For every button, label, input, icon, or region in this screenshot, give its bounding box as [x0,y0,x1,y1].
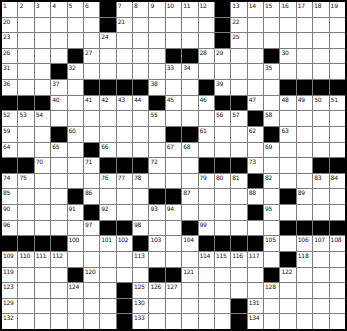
cell-r18c14[interactable] [215,268,230,283]
cell-r12c2[interactable]: 75 [18,174,33,189]
cell-r3c15[interactable]: 25 [231,33,246,48]
cell-r12c1[interactable]: 74 [2,174,17,189]
cell-r18c4[interactable] [51,268,66,283]
cell-r17c6[interactable] [84,252,99,267]
cell-r12c3[interactable] [35,174,50,189]
cell-r19c10[interactable]: 126 [149,283,164,298]
cell-r14c9[interactable] [133,205,148,220]
cell-r20c2[interactable] [18,299,33,314]
cell-r20c17[interactable] [264,299,279,314]
cell-r5c2[interactable] [18,64,33,79]
cell-r14c1[interactable]: 90 [2,205,17,220]
cell-r9c2[interactable] [18,127,33,142]
cell-r19c13[interactable] [199,283,214,298]
cell-r21c6[interactable] [84,314,99,329]
cell-r7c18[interactable]: 48 [280,96,295,111]
cell-r19c3[interactable] [35,283,50,298]
cell-r9c5[interactable]: 60 [68,127,83,142]
cell-r3c2[interactable] [18,33,33,48]
cell-r13c20[interactable] [313,189,328,204]
cell-r14c21[interactable] [330,205,345,220]
cell-r6c15[interactable] [231,80,246,95]
cell-r19c21[interactable] [330,283,345,298]
cell-r21c7[interactable] [100,314,115,329]
cell-r18c15[interactable] [231,268,246,283]
cell-r10c15[interactable] [231,143,246,158]
cell-r5c6[interactable] [84,64,99,79]
cell-r4c10[interactable] [149,49,164,64]
cell-r10c9[interactable] [133,143,148,158]
cell-r10c11[interactable]: 67 [166,143,181,158]
cell-r13c1[interactable]: 85 [2,189,17,204]
cell-r1c1[interactable]: 1 [2,2,17,17]
cell-r18c9[interactable] [133,268,148,283]
cell-r12c6[interactable] [84,174,99,189]
cell-r2c8[interactable]: 21 [117,18,132,33]
cell-r8c3[interactable]: 54 [35,111,50,126]
cell-r17c3[interactable]: 111 [35,252,50,267]
cell-r3c12[interactable] [182,33,197,48]
cell-r20c5[interactable] [68,299,83,314]
cell-r1c3[interactable]: 3 [35,2,50,17]
cell-r13c9[interactable] [133,189,148,204]
cell-r4c3[interactable] [35,49,50,64]
cell-r8c8[interactable] [117,111,132,126]
cell-r15c6[interactable]: 97 [84,221,99,236]
cell-r3c11[interactable] [166,33,181,48]
cell-r14c5[interactable]: 91 [68,205,83,220]
cell-r20c9[interactable]: 130 [133,299,148,314]
cell-r10c10[interactable] [149,143,164,158]
cell-r12c21[interactable]: 84 [330,174,345,189]
cell-r15c17[interactable] [264,221,279,236]
cell-r9c16[interactable]: 62 [248,127,263,142]
cell-r12c14[interactable]: 80 [215,174,230,189]
cell-r18c16[interactable] [248,268,263,283]
cell-r16c19[interactable]: 106 [297,236,312,251]
cell-r3c3[interactable] [35,33,50,48]
cell-r8c11[interactable] [166,111,181,126]
cell-r18c20[interactable] [313,268,328,283]
cell-r2c10[interactable] [149,18,164,33]
cell-r10c2[interactable] [18,143,33,158]
cell-r12c17[interactable]: 82 [264,174,279,189]
cell-r18c6[interactable]: 120 [84,268,99,283]
cell-r21c3[interactable] [35,314,50,329]
cell-r7c11[interactable]: 45 [166,96,181,111]
cell-r18c1[interactable]: 119 [2,268,17,283]
cell-r2c11[interactable] [166,18,181,33]
cell-r2c21[interactable] [330,18,345,33]
cell-r10c13[interactable] [199,143,214,158]
cell-r5c11[interactable]: 33 [166,64,181,79]
cell-r5c9[interactable] [133,64,148,79]
cell-r17c17[interactable] [264,252,279,267]
cell-r14c3[interactable] [35,205,50,220]
cell-r1c12[interactable]: 11 [182,2,197,17]
cell-r18c3[interactable] [35,268,50,283]
cell-r19c17[interactable]: 128 [264,283,279,298]
cell-r6c12[interactable] [182,80,197,95]
cell-r8c15[interactable]: 57 [231,111,246,126]
cell-r17c4[interactable]: 112 [51,252,66,267]
cell-r20c20[interactable] [313,299,328,314]
cell-r3c19[interactable] [297,33,312,48]
cell-r15c9[interactable]: 98 [133,221,148,236]
cell-r12c11[interactable] [166,174,181,189]
cell-r7c4[interactable]: 40 [51,96,66,111]
cell-r5c5[interactable]: 32 [68,64,83,79]
cell-r10c5[interactable] [68,143,83,158]
cell-r12c5[interactable] [68,174,83,189]
cell-r4c1[interactable]: 26 [2,49,17,64]
cell-r7c8[interactable]: 43 [117,96,132,111]
cell-r21c1[interactable]: 132 [2,314,17,329]
cell-r8c21[interactable] [330,111,345,126]
cell-r20c10[interactable] [149,299,164,314]
cell-r8c18[interactable] [280,111,295,126]
cell-r2c13[interactable] [199,18,214,33]
cell-r19c14[interactable] [215,283,230,298]
cell-r11c11[interactable] [166,158,181,173]
cell-r1c18[interactable]: 16 [280,2,295,17]
cell-r6c1[interactable]: 36 [2,80,17,95]
cell-r9c14[interactable] [215,127,230,142]
cell-r13c21[interactable] [330,189,345,204]
cell-r3c16[interactable] [248,33,263,48]
cell-r5c18[interactable] [280,64,295,79]
cell-r3c20[interactable] [313,33,328,48]
cell-r19c18[interactable] [280,283,295,298]
cell-r8c2[interactable]: 53 [18,111,33,126]
cell-r6c5[interactable] [68,80,83,95]
cell-r21c5[interactable] [68,314,83,329]
cell-r7c16[interactable]: 47 [248,96,263,111]
cell-r5c12[interactable]: 34 [182,64,197,79]
cell-r2c19[interactable] [297,18,312,33]
cell-r18c12[interactable]: 121 [182,268,197,283]
cell-r16c18[interactable] [280,236,295,251]
cell-r5c19[interactable] [297,64,312,79]
cell-r17c7[interactable] [100,252,115,267]
cell-r8c9[interactable] [133,111,148,126]
cell-r16c21[interactable]: 108 [330,236,345,251]
cell-r5c1[interactable]: 31 [2,64,17,79]
cell-r6c17[interactable] [264,80,279,95]
cell-r17c11[interactable] [166,252,181,267]
cell-r10c7[interactable]: 66 [100,143,115,158]
cell-r2c6[interactable] [84,18,99,33]
cell-r12c18[interactable] [280,174,295,189]
cell-r20c11[interactable] [166,299,181,314]
cell-r15c11[interactable] [166,221,181,236]
cell-r1c10[interactable]: 9 [149,2,164,17]
cell-r11c17[interactable] [264,158,279,173]
cell-r20c4[interactable] [51,299,66,314]
cell-r15c5[interactable] [68,221,83,236]
cell-r12c20[interactable]: 83 [313,174,328,189]
cell-r7c21[interactable]: 51 [330,96,345,111]
cell-r2c15[interactable]: 22 [231,18,246,33]
cell-r14c14[interactable] [215,205,230,220]
cell-r4c19[interactable] [297,49,312,64]
cell-r14c8[interactable] [117,205,132,220]
cell-r19c16[interactable] [248,283,263,298]
cell-r16c5[interactable]: 100 [68,236,83,251]
cell-r15c10[interactable] [149,221,164,236]
cell-r14c10[interactable]: 93 [149,205,164,220]
cell-r14c11[interactable]: 94 [166,205,181,220]
cell-r10c16[interactable] [248,143,263,158]
cell-r17c1[interactable]: 109 [2,252,17,267]
cell-r17c20[interactable] [313,252,328,267]
cell-r2c18[interactable] [280,18,295,33]
cell-r9c10[interactable] [149,127,164,142]
cell-r19c20[interactable] [313,283,328,298]
cell-r20c18[interactable] [280,299,295,314]
cell-r13c8[interactable] [117,189,132,204]
cell-r17c2[interactable]: 110 [18,252,33,267]
cell-r7c7[interactable]: 42 [100,96,115,111]
cell-r3c21[interactable] [330,33,345,48]
cell-r8c19[interactable] [297,111,312,126]
cell-r9c19[interactable] [297,127,312,142]
cell-r18c18[interactable]: 122 [280,268,295,283]
cell-r4c9[interactable] [133,49,148,64]
cell-r12c15[interactable]: 81 [231,174,246,189]
cell-r2c20[interactable] [313,18,328,33]
cell-r15c14[interactable] [215,221,230,236]
cell-r8c12[interactable] [182,111,197,126]
cell-r4c4[interactable] [51,49,66,64]
cell-r5c7[interactable] [100,64,115,79]
cell-r13c15[interactable] [231,189,246,204]
cell-r6c4[interactable]: 37 [51,80,66,95]
cell-r11c10[interactable]: 72 [149,158,164,173]
cell-r10c1[interactable]: 64 [2,143,17,158]
cell-r17c15[interactable]: 116 [231,252,246,267]
cell-r18c2[interactable] [18,268,33,283]
cell-r4c8[interactable] [117,49,132,64]
cell-r13c17[interactable] [264,189,279,204]
cell-r7c17[interactable] [264,96,279,111]
cell-r7c20[interactable]: 50 [313,96,328,111]
cell-r2c3[interactable] [35,18,50,33]
cell-r12c9[interactable]: 78 [133,174,148,189]
cell-r13c2[interactable] [18,189,33,204]
cell-r21c2[interactable] [18,314,33,329]
cell-r3c17[interactable] [264,33,279,48]
cell-r5c17[interactable]: 35 [264,64,279,79]
cell-r15c15[interactable] [231,221,246,236]
cell-r5c3[interactable] [35,64,50,79]
cell-r8c4[interactable] [51,111,66,126]
cell-r13c16[interactable]: 88 [248,189,263,204]
cell-r14c4[interactable] [51,205,66,220]
cell-r2c4[interactable] [51,18,66,33]
cell-r13c4[interactable] [51,189,66,204]
cell-r5c8[interactable] [117,64,132,79]
cell-r7c6[interactable]: 41 [84,96,99,111]
cell-r19c9[interactable]: 125 [133,283,148,298]
cell-r5c20[interactable] [313,64,328,79]
cell-r17c19[interactable]: 118 [297,252,312,267]
cell-r12c12[interactable] [182,174,197,189]
cell-r10c14[interactable] [215,143,230,158]
cell-r9c21[interactable] [330,127,345,142]
cell-r21c19[interactable] [297,314,312,329]
cell-r21c10[interactable] [149,314,164,329]
cell-r19c4[interactable] [51,283,66,298]
cell-r21c9[interactable]: 133 [133,314,148,329]
cell-r16c12[interactable]: 104 [182,236,197,251]
cell-r15c3[interactable] [35,221,50,236]
cell-r15c16[interactable] [248,221,263,236]
cell-r5c16[interactable] [248,64,263,79]
cell-r13c3[interactable] [35,189,50,204]
cell-r14c18[interactable] [280,205,295,220]
cell-r1c21[interactable]: 19 [330,2,345,17]
cell-r9c8[interactable] [117,127,132,142]
cell-r13c19[interactable]: 89 [297,189,312,204]
cell-r7c12[interactable] [182,96,197,111]
cell-r16c7[interactable]: 101 [100,236,115,251]
cell-r8c17[interactable]: 58 [264,111,279,126]
cell-r17c14[interactable]: 115 [215,252,230,267]
cell-r4c7[interactable] [100,49,115,64]
cell-r14c2[interactable] [18,205,33,220]
cell-r14c17[interactable]: 95 [264,205,279,220]
cell-r5c14[interactable] [215,64,230,79]
cell-r16c11[interactable] [166,236,181,251]
cell-r4c6[interactable]: 27 [84,49,99,64]
cell-r11c19[interactable] [297,158,312,173]
cell-r21c17[interactable] [264,314,279,329]
cell-r3c9[interactable] [133,33,148,48]
cell-r12c10[interactable] [149,174,164,189]
cell-r11c4[interactable] [51,158,66,173]
cell-r7c13[interactable]: 46 [199,96,214,111]
cell-r20c7[interactable] [100,299,115,314]
cell-r15c4[interactable] [51,221,66,236]
cell-r5c13[interactable] [199,64,214,79]
cell-r20c13[interactable] [199,299,214,314]
cell-r1c13[interactable]: 12 [199,2,214,17]
cell-r6c3[interactable] [35,80,50,95]
cell-r19c12[interactable] [182,283,197,298]
cell-r16c6[interactable] [84,236,99,251]
cell-r1c4[interactable]: 4 [51,2,66,17]
cell-r6c14[interactable]: 39 [215,80,230,95]
cell-r9c1[interactable]: 59 [2,127,17,142]
cell-r17c8[interactable] [117,252,132,267]
cell-r1c16[interactable]: 14 [248,2,263,17]
cell-r5c21[interactable] [330,64,345,79]
cell-r21c11[interactable] [166,314,181,329]
cell-r1c20[interactable]: 18 [313,2,328,17]
cell-r13c12[interactable]: 87 [182,189,197,204]
cell-r21c20[interactable] [313,314,328,329]
cell-r17c21[interactable] [330,252,345,267]
cell-r2c9[interactable] [133,18,148,33]
cell-r4c2[interactable] [18,49,33,64]
cell-r8c20[interactable] [313,111,328,126]
cell-r3c13[interactable] [199,33,214,48]
cell-r15c13[interactable]: 99 [199,221,214,236]
cell-r10c3[interactable] [35,143,50,158]
cell-r10c18[interactable] [280,143,295,158]
cell-r21c13[interactable] [199,314,214,329]
cell-r17c10[interactable] [149,252,164,267]
cell-r19c5[interactable]: 124 [68,283,83,298]
cell-r13c7[interactable] [100,189,115,204]
cell-r1c6[interactable]: 6 [84,2,99,17]
cell-r20c19[interactable] [297,299,312,314]
cell-r14c20[interactable] [313,205,328,220]
cell-r11c16[interactable]: 73 [248,158,263,173]
cell-r9c20[interactable] [313,127,328,142]
cell-r7c19[interactable]: 49 [297,96,312,111]
cell-r1c11[interactable]: 10 [166,2,181,17]
cell-r17c16[interactable]: 117 [248,252,263,267]
cell-r1c2[interactable]: 2 [18,2,33,17]
cell-r8c10[interactable]: 55 [149,111,164,126]
cell-r4c20[interactable] [313,49,328,64]
cell-r9c13[interactable]: 61 [199,127,214,142]
cell-r12c7[interactable]: 76 [100,174,115,189]
cell-r11c6[interactable]: 71 [84,158,99,173]
cell-r1c5[interactable]: 5 [68,2,83,17]
cell-r13c6[interactable]: 86 [84,189,99,204]
cell-r14c19[interactable] [297,205,312,220]
cell-r10c4[interactable]: 65 [51,143,66,158]
cell-r10c12[interactable]: 68 [182,143,197,158]
cell-r6c2[interactable] [18,80,33,95]
cell-r6c10[interactable]: 38 [149,80,164,95]
cell-r12c19[interactable] [297,174,312,189]
cell-r4c21[interactable] [330,49,345,64]
cell-r13c13[interactable] [199,189,214,204]
cell-r9c6[interactable] [84,127,99,142]
cell-r19c2[interactable] [18,283,33,298]
cell-r16c20[interactable]: 107 [313,236,328,251]
cell-r12c4[interactable] [51,174,66,189]
cell-r16c10[interactable]: 103 [149,236,164,251]
cell-r6c16[interactable] [248,80,263,95]
cell-r19c6[interactable] [84,283,99,298]
cell-r10c17[interactable]: 69 [264,143,279,158]
cell-r7c5[interactable] [68,96,83,111]
cell-r21c12[interactable] [182,314,197,329]
cell-r17c9[interactable]: 113 [133,252,148,267]
cell-r20c1[interactable]: 129 [2,299,17,314]
cell-r14c12[interactable] [182,205,197,220]
cell-r4c14[interactable]: 29 [215,49,230,64]
cell-r4c15[interactable] [231,49,246,64]
cell-r2c5[interactable] [68,18,83,33]
cell-r1c19[interactable]: 17 [297,2,312,17]
cell-r9c7[interactable] [100,127,115,142]
cell-r17c12[interactable] [182,252,197,267]
cell-r17c5[interactable] [68,252,83,267]
cell-r9c3[interactable] [35,127,50,142]
cell-r4c13[interactable]: 28 [199,49,214,64]
cell-r8c5[interactable] [68,111,83,126]
cell-r15c2[interactable] [18,221,33,236]
cell-r1c15[interactable]: 13 [231,2,246,17]
cell-r9c15[interactable] [231,127,246,142]
cell-r5c10[interactable] [149,64,164,79]
